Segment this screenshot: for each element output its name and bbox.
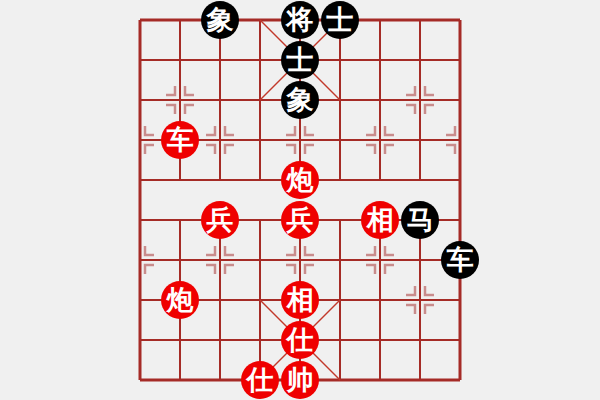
piece-red-elephant[interactable]: 相 [361,201,399,239]
piece-black-elephant[interactable]: 象 [201,1,239,39]
piece-red-pawn[interactable]: 兵 [201,201,239,239]
piece-red-pawn[interactable]: 兵 [281,201,319,239]
piece-red-king[interactable]: 帅 [281,361,319,399]
piece-black-advisor[interactable]: 士 [281,41,319,79]
piece-black-elephant[interactable]: 象 [281,81,319,119]
piece-red-elephant[interactable]: 相 [281,281,319,319]
piece-red-rook[interactable]: 车 [161,121,199,159]
piece-red-cannon[interactable]: 炮 [161,281,199,319]
piece-red-advisor[interactable]: 仕 [281,321,319,359]
piece-black-rook[interactable]: 车 [441,241,479,279]
piece-black-general[interactable]: 将 [281,1,319,39]
piece-red-advisor[interactable]: 仕 [241,361,279,399]
piece-red-cannon[interactable]: 炮 [281,161,319,199]
xiangqi-board[interactable]: 象将士士象车炮兵兵相马车炮相仕仕帅 [0,0,600,400]
piece-black-advisor[interactable]: 士 [321,1,359,39]
piece-black-horse[interactable]: 马 [401,201,439,239]
